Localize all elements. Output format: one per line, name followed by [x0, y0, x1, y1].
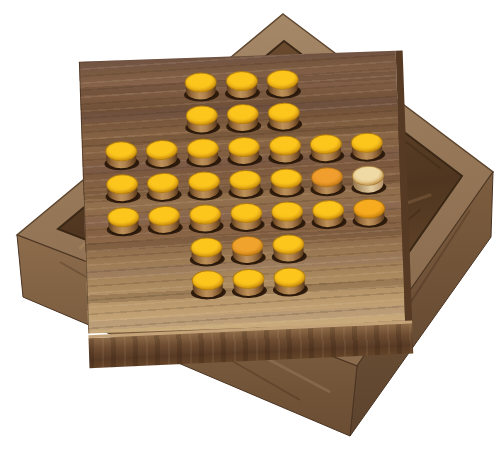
cell-r1c3: [180, 73, 222, 107]
cell-r6c3: [186, 238, 228, 272]
cell-r4c5: [266, 169, 308, 203]
yellow-peg-r3c3[interactable]: [183, 139, 225, 173]
cell-r2c7: [345, 100, 387, 134]
cell-r1c5: [262, 70, 304, 104]
cell-r4c4: [225, 170, 267, 204]
yellow-peg-r2c3[interactable]: [181, 106, 223, 140]
cell-r6c5: [268, 235, 310, 269]
cell-r1c4: [221, 71, 263, 105]
cell-r1c2: [139, 74, 181, 108]
yellow-peg-r3c7[interactable]: [347, 133, 389, 167]
cell-r6c6: [309, 233, 351, 267]
yellow-peg-r5c3[interactable]: [185, 205, 227, 239]
cell-r2c5: [263, 103, 305, 137]
yellow-peg-r5c5[interactable]: [267, 202, 309, 236]
cell-r2c6: [304, 101, 346, 135]
yellow-peg-r4c2[interactable]: [142, 173, 185, 209]
board-top-face: [79, 50, 412, 333]
yellow-peg-r4c3[interactable]: [184, 172, 226, 206]
yellow-peg-r7c4[interactable]: [228, 269, 270, 303]
cell-r5c6: [308, 200, 350, 234]
amber-peg-r5c7[interactable]: [349, 199, 391, 233]
cell-r4c1: [102, 175, 144, 209]
peg-grid: [98, 67, 393, 308]
cell-r1c7: [344, 67, 386, 101]
yellow-peg-r2c4[interactable]: [222, 104, 264, 138]
cell-r2c2: [141, 107, 183, 141]
cell-r3c2: [142, 140, 184, 174]
cell-r5c1: [103, 208, 145, 242]
yellow-peg-r5c6[interactable]: [308, 200, 350, 234]
cell-r2c3: [181, 106, 223, 140]
yellow-peg-r7c5[interactable]: [269, 268, 311, 302]
yellow-peg-r1c5[interactable]: [262, 70, 304, 104]
yellow-peg-r7c3[interactable]: [188, 271, 229, 305]
yellow-peg-r2c5[interactable]: [263, 103, 305, 137]
peg-top: [105, 141, 137, 161]
cell-r3c7: [347, 133, 389, 167]
yellow-peg-r5c2[interactable]: [143, 206, 186, 242]
solitaire-board: [79, 50, 413, 363]
cell-r1c6: [303, 68, 345, 102]
cell-r6c7: [350, 232, 392, 266]
cell-r7c7: [351, 265, 393, 299]
peg-top: [226, 71, 258, 91]
natural-peg-r4c7[interactable]: [348, 166, 390, 200]
cell-r4c2: [143, 173, 185, 207]
cell-r7c1: [105, 274, 147, 308]
cell-r7c2: [146, 272, 188, 306]
cell-r6c1: [104, 241, 146, 275]
product-photo: [0, 0, 500, 452]
cell-r3c1: [101, 142, 143, 176]
cell-r4c3: [184, 172, 226, 206]
cell-r6c2: [145, 239, 187, 273]
cell-r7c6: [310, 266, 352, 300]
yellow-peg-r6c3[interactable]: [186, 238, 228, 272]
cell-r5c2: [144, 206, 186, 240]
orange-peg-r4c6[interactable]: [307, 167, 349, 201]
yellow-peg-r1c4[interactable]: [222, 72, 263, 105]
yellow-peg-r6c5[interactable]: [268, 235, 310, 269]
yellow-peg-r5c4[interactable]: [226, 204, 267, 238]
cell-r5c4: [226, 203, 268, 237]
cell-r6c4: [227, 236, 269, 270]
cell-r7c3: [187, 271, 229, 305]
yellow-peg-r4c4[interactable]: [225, 170, 267, 204]
cell-r3c5: [265, 136, 307, 170]
cell-r4c6: [307, 167, 349, 201]
orange-peg-r6c4[interactable]: [227, 236, 269, 270]
cell-r5c5: [267, 202, 309, 236]
cell-r1c1: [98, 76, 140, 110]
yellow-peg-r4c5[interactable]: [266, 170, 307, 203]
cell-r3c3: [183, 139, 225, 173]
yellow-peg-r3c4[interactable]: [224, 137, 266, 171]
yellow-peg-r3c6[interactable]: [306, 134, 348, 168]
cell-r3c6: [306, 134, 348, 168]
cell-r3c4: [224, 137, 266, 171]
cell-r7c5: [269, 268, 311, 302]
yellow-peg-r3c2[interactable]: [141, 140, 184, 176]
yellow-peg-r3c5[interactable]: [265, 136, 306, 170]
peg-top: [270, 169, 302, 189]
cell-r7c4: [228, 269, 270, 303]
yellow-peg-r1c3[interactable]: [180, 73, 222, 107]
cell-r5c7: [349, 199, 391, 233]
yellow-peg-r5c1[interactable]: [103, 208, 145, 242]
yellow-peg-r4c1[interactable]: [102, 175, 144, 209]
cell-r5c3: [185, 205, 227, 239]
cell-r4c7: [348, 166, 390, 200]
cell-r2c4: [222, 104, 264, 138]
yellow-peg-r3c1[interactable]: [101, 142, 142, 175]
cell-r2c1: [100, 109, 142, 143]
